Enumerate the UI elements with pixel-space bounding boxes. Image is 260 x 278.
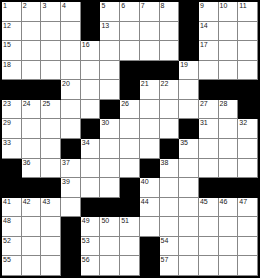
clue-number: 28: [220, 100, 228, 108]
white-square[interactable]: 44: [140, 198, 160, 218]
black-square: [81, 2, 101, 22]
clue-number: 57: [161, 256, 169, 264]
white-square[interactable]: [100, 178, 120, 198]
white-square[interactable]: [22, 256, 42, 276]
white-square[interactable]: [120, 256, 140, 276]
white-square[interactable]: [81, 159, 101, 179]
clue-number: 44: [141, 198, 149, 206]
white-square[interactable]: 55: [2, 256, 22, 276]
white-square[interactable]: 12: [2, 22, 22, 42]
white-square[interactable]: 21: [140, 80, 160, 100]
white-square[interactable]: [238, 159, 258, 179]
clue-number: 50: [101, 217, 109, 225]
white-square[interactable]: [238, 61, 258, 81]
white-square[interactable]: [22, 41, 42, 61]
white-square[interactable]: 35: [179, 139, 199, 159]
clue-number: 55: [3, 256, 11, 264]
clue-number: 35: [180, 139, 188, 147]
clue-number: 12: [3, 22, 11, 30]
black-square: [219, 80, 239, 100]
white-square[interactable]: [140, 100, 160, 120]
white-square[interactable]: 46: [219, 198, 239, 218]
white-square[interactable]: 34: [81, 139, 101, 159]
white-square[interactable]: 38: [160, 159, 180, 179]
black-square: [61, 256, 81, 276]
clue-number: 16: [82, 41, 90, 49]
clue-number: 39: [62, 178, 70, 186]
clue-number: 52: [3, 237, 11, 245]
white-square[interactable]: [100, 159, 120, 179]
white-square[interactable]: 10: [219, 2, 239, 22]
white-square[interactable]: 19: [179, 61, 199, 81]
white-square[interactable]: 40: [140, 178, 160, 198]
white-square[interactable]: [100, 41, 120, 61]
white-square[interactable]: [219, 256, 239, 276]
clue-number: 49: [82, 217, 90, 225]
black-square: [238, 178, 258, 198]
white-square[interactable]: 5: [100, 2, 120, 22]
white-square[interactable]: 18: [2, 61, 22, 81]
white-square[interactable]: [160, 100, 180, 120]
white-square[interactable]: [120, 237, 140, 257]
clue-number: 32: [239, 119, 247, 127]
clue-number: 42: [23, 198, 31, 206]
white-square[interactable]: [120, 41, 140, 61]
crossword-grid: 1234567891011121314151617181920212223242…: [0, 0, 260, 278]
white-square[interactable]: [238, 22, 258, 42]
white-square[interactable]: [160, 198, 180, 218]
clue-number: 1: [3, 2, 7, 10]
white-square[interactable]: [41, 22, 61, 42]
black-square: [120, 61, 140, 81]
clue-number: 56: [82, 256, 90, 264]
white-square[interactable]: [41, 256, 61, 276]
white-square[interactable]: [140, 22, 160, 42]
white-square[interactable]: 57: [160, 256, 180, 276]
white-square[interactable]: [22, 139, 42, 159]
white-square[interactable]: [179, 198, 199, 218]
black-square: [61, 237, 81, 257]
white-square[interactable]: [219, 217, 239, 237]
white-square[interactable]: 7: [140, 2, 160, 22]
black-square: [140, 237, 160, 257]
white-square[interactable]: [219, 22, 239, 42]
white-square[interactable]: 41: [2, 198, 22, 218]
white-square[interactable]: 53: [81, 237, 101, 257]
black-square: [81, 22, 101, 42]
clue-number: 7: [141, 2, 145, 10]
black-square: [100, 198, 120, 218]
white-square[interactable]: 32: [238, 119, 258, 139]
white-square[interactable]: 20: [61, 80, 81, 100]
white-square[interactable]: 16: [81, 41, 101, 61]
white-square[interactable]: [22, 217, 42, 237]
clue-number: 20: [62, 80, 70, 88]
white-square[interactable]: 30: [100, 119, 120, 139]
white-square[interactable]: [238, 139, 258, 159]
white-square[interactable]: 26: [120, 100, 140, 120]
clue-number: 31: [200, 119, 208, 127]
clue-number: 53: [82, 237, 90, 245]
white-square[interactable]: [199, 159, 219, 179]
clue-number: 46: [220, 198, 228, 206]
white-square[interactable]: 25: [41, 100, 61, 120]
white-square[interactable]: 50: [100, 217, 120, 237]
clue-number: 4: [62, 2, 66, 10]
white-square[interactable]: [81, 100, 101, 120]
white-square[interactable]: 36: [22, 159, 42, 179]
white-square[interactable]: 22: [160, 80, 180, 100]
white-square[interactable]: [179, 178, 199, 198]
white-square[interactable]: [100, 61, 120, 81]
clue-number: 29: [3, 119, 11, 127]
white-square[interactable]: [22, 22, 42, 42]
white-square[interactable]: [160, 22, 180, 42]
white-square[interactable]: [61, 22, 81, 42]
white-square[interactable]: 56: [81, 256, 101, 276]
clue-number: 37: [62, 159, 70, 167]
black-square: [61, 139, 81, 159]
clue-number: 3: [42, 2, 46, 10]
white-square[interactable]: [160, 178, 180, 198]
white-square[interactable]: [179, 80, 199, 100]
black-square: [160, 139, 180, 159]
white-square[interactable]: [238, 217, 258, 237]
clue-number: 10: [220, 2, 228, 10]
white-square[interactable]: 13: [100, 22, 120, 42]
white-square[interactable]: [120, 159, 140, 179]
white-square[interactable]: [22, 119, 42, 139]
white-square[interactable]: 23: [2, 100, 22, 120]
white-square[interactable]: [41, 41, 61, 61]
white-square[interactable]: 17: [199, 41, 219, 61]
white-square[interactable]: 3: [41, 2, 61, 22]
clue-number: 41: [3, 198, 11, 206]
clue-number: 54: [161, 237, 169, 245]
clue-number: 8: [161, 2, 165, 10]
white-square[interactable]: [120, 119, 140, 139]
white-square[interactable]: 2: [22, 2, 42, 22]
white-square[interactable]: 45: [199, 198, 219, 218]
clue-number: 6: [121, 2, 125, 10]
clue-number: 45: [200, 198, 208, 206]
white-square[interactable]: [199, 139, 219, 159]
clue-number: 21: [141, 80, 149, 88]
white-square[interactable]: [61, 41, 81, 61]
white-square[interactable]: [120, 139, 140, 159]
white-square[interactable]: 51: [120, 217, 140, 237]
black-square: [2, 159, 22, 179]
black-square: [199, 80, 219, 100]
black-square: [219, 178, 239, 198]
clue-number: 15: [3, 41, 11, 49]
white-square[interactable]: [238, 41, 258, 61]
clue-number: 43: [42, 198, 50, 206]
white-square[interactable]: [160, 119, 180, 139]
white-square[interactable]: 42: [22, 198, 42, 218]
white-square[interactable]: [41, 159, 61, 179]
black-square: [100, 100, 120, 120]
clue-number: 51: [121, 217, 129, 225]
white-square[interactable]: 24: [22, 100, 42, 120]
black-square: [179, 41, 199, 61]
white-square[interactable]: 33: [2, 139, 22, 159]
white-square[interactable]: [41, 61, 61, 81]
white-square[interactable]: [219, 61, 239, 81]
white-square[interactable]: [41, 237, 61, 257]
white-square[interactable]: [41, 119, 61, 139]
white-square[interactable]: 6: [120, 2, 140, 22]
clue-number: 11: [239, 2, 246, 10]
white-square[interactable]: 11: [238, 2, 258, 22]
white-square[interactable]: 39: [61, 178, 81, 198]
black-square: [179, 119, 199, 139]
white-square[interactable]: 54: [160, 237, 180, 257]
crossword-puzzle: 1234567891011121314151617181920212223242…: [0, 0, 260, 278]
white-square[interactable]: [61, 100, 81, 120]
black-square: [120, 198, 140, 218]
clue-number: 47: [239, 198, 247, 206]
white-square[interactable]: 1: [2, 2, 22, 22]
white-square[interactable]: 31: [199, 119, 219, 139]
white-square[interactable]: [179, 217, 199, 237]
black-square: [41, 80, 61, 100]
clue-number: 2: [23, 2, 27, 10]
white-square[interactable]: 52: [2, 237, 22, 257]
clue-number: 48: [3, 217, 11, 225]
white-square[interactable]: [179, 100, 199, 120]
clue-number: 24: [23, 100, 31, 108]
black-square: [22, 80, 42, 100]
white-square[interactable]: [41, 139, 61, 159]
clue-number: 27: [200, 100, 208, 108]
white-square[interactable]: 47: [238, 198, 258, 218]
white-square[interactable]: 37: [61, 159, 81, 179]
white-square[interactable]: [199, 237, 219, 257]
black-square: [120, 178, 140, 198]
white-square[interactable]: 28: [219, 100, 239, 120]
white-square[interactable]: 15: [2, 41, 22, 61]
white-square[interactable]: [179, 159, 199, 179]
white-square[interactable]: [22, 237, 42, 257]
black-square: [179, 2, 199, 22]
clue-number: 5: [101, 2, 105, 10]
white-square[interactable]: 9: [199, 2, 219, 22]
clue-number: 17: [200, 41, 208, 49]
black-square: [160, 61, 180, 81]
black-square: [238, 80, 258, 100]
white-square[interactable]: [199, 217, 219, 237]
white-square[interactable]: [238, 237, 258, 257]
white-square[interactable]: 8: [160, 2, 180, 22]
white-square[interactable]: [100, 256, 120, 276]
clue-number: 34: [82, 139, 90, 147]
clue-number: 33: [3, 139, 11, 147]
clue-number: 26: [121, 100, 129, 108]
clue-number: 30: [101, 119, 109, 127]
white-square[interactable]: [81, 80, 101, 100]
white-square[interactable]: [179, 256, 199, 276]
black-square: [238, 100, 258, 120]
white-square[interactable]: [199, 256, 219, 276]
white-square[interactable]: 49: [81, 217, 101, 237]
white-square[interactable]: [140, 139, 160, 159]
white-square[interactable]: [199, 61, 219, 81]
white-square[interactable]: [219, 41, 239, 61]
clue-number: 36: [23, 159, 31, 167]
black-square: [2, 80, 22, 100]
black-square: [2, 178, 22, 198]
black-square: [120, 80, 140, 100]
white-square[interactable]: [140, 119, 160, 139]
black-square: [140, 159, 160, 179]
clue-number: 9: [200, 2, 204, 10]
black-square: [22, 178, 42, 198]
white-square[interactable]: [219, 139, 239, 159]
white-square[interactable]: 29: [2, 119, 22, 139]
white-square[interactable]: [140, 217, 160, 237]
white-square[interactable]: [219, 237, 239, 257]
white-square[interactable]: [219, 119, 239, 139]
white-square[interactable]: 43: [41, 198, 61, 218]
black-square: [140, 61, 160, 81]
white-square[interactable]: [81, 61, 101, 81]
white-square[interactable]: 14: [199, 22, 219, 42]
clue-number: 25: [42, 100, 50, 108]
clue-number: 13: [101, 22, 109, 30]
white-square[interactable]: [160, 41, 180, 61]
white-square[interactable]: [100, 80, 120, 100]
white-square[interactable]: [22, 61, 42, 81]
white-square[interactable]: [140, 41, 160, 61]
clue-number: 22: [161, 80, 169, 88]
black-square: [81, 119, 101, 139]
clue-number: 38: [161, 159, 169, 167]
white-square[interactable]: [238, 256, 258, 276]
white-square[interactable]: [41, 217, 61, 237]
white-square[interactable]: 4: [61, 2, 81, 22]
white-square[interactable]: [61, 119, 81, 139]
black-square: [199, 178, 219, 198]
black-square: [81, 198, 101, 218]
clue-number: 23: [3, 100, 11, 108]
white-square[interactable]: [160, 217, 180, 237]
white-square[interactable]: [61, 61, 81, 81]
black-square: [61, 217, 81, 237]
white-square[interactable]: [120, 22, 140, 42]
clue-number: 18: [3, 61, 11, 69]
white-square[interactable]: [100, 237, 120, 257]
clue-number: 14: [200, 22, 208, 30]
clue-number: 19: [180, 61, 188, 69]
white-square[interactable]: [179, 237, 199, 257]
black-square: [41, 178, 61, 198]
black-square: [140, 256, 160, 276]
white-square[interactable]: [61, 198, 81, 218]
white-square[interactable]: 27: [199, 100, 219, 120]
white-square[interactable]: 48: [2, 217, 22, 237]
white-square[interactable]: [81, 178, 101, 198]
white-square[interactable]: [219, 159, 239, 179]
clue-number: 40: [141, 178, 149, 186]
black-square: [179, 22, 199, 42]
white-square[interactable]: [100, 139, 120, 159]
